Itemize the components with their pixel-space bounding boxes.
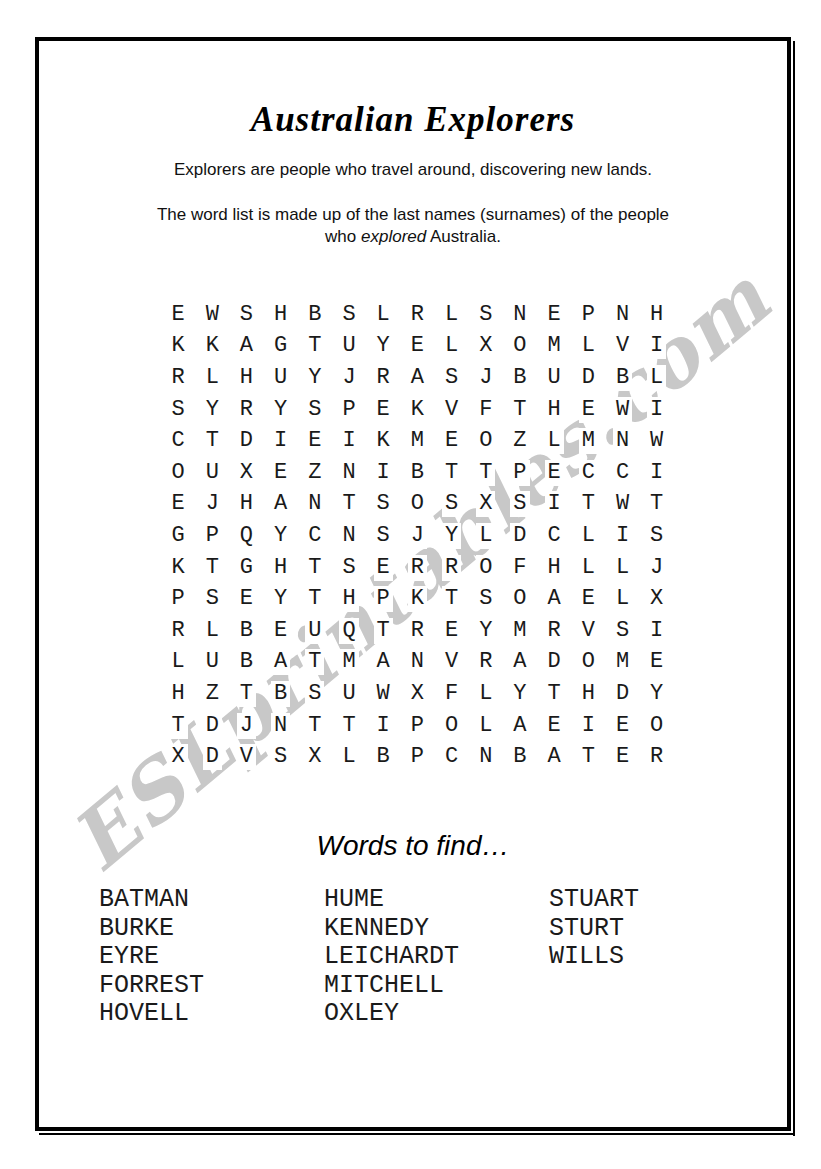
word-item: BATMAN xyxy=(99,886,204,915)
grid-letter: J xyxy=(237,713,256,739)
grid-cell: L xyxy=(571,331,605,363)
grid-letter: B xyxy=(408,460,427,486)
grid-letter: P xyxy=(408,713,427,739)
grid-letter: T xyxy=(305,713,324,739)
grid-letter: F xyxy=(442,681,461,707)
grid-letter: A xyxy=(271,649,290,675)
grid-letter: R xyxy=(168,618,187,644)
word-item: HOVELL xyxy=(99,1000,204,1029)
grid-letter: M xyxy=(613,649,632,675)
grid-cell: T xyxy=(366,615,400,647)
grid-letter: E xyxy=(545,302,564,328)
grid-letter: R xyxy=(408,555,427,581)
grid-cell: I xyxy=(640,394,674,426)
grid-letter: P xyxy=(339,397,358,423)
grid-letter: W xyxy=(374,681,393,707)
grid-letter: L xyxy=(339,744,358,770)
grid-letter: S xyxy=(647,523,666,549)
grid-letter: Y xyxy=(442,523,461,549)
grid-letter: V xyxy=(442,649,461,675)
grid-letter: D xyxy=(237,428,256,454)
grid-letter: I xyxy=(374,460,393,486)
grid-cell: B xyxy=(605,362,639,394)
word-item: LEICHARDT xyxy=(324,943,459,972)
grid-letter: M xyxy=(510,618,529,644)
grid-letter: X xyxy=(476,491,495,517)
grid-cell: N xyxy=(400,647,434,679)
grid-letter: V xyxy=(613,333,632,359)
grid-cell: P xyxy=(571,299,605,331)
grid-cell: Y xyxy=(469,615,503,647)
grid-letter: T xyxy=(203,428,222,454)
grid-letter: O xyxy=(510,333,529,359)
grid-cell: N xyxy=(605,299,639,331)
grid-cell: L xyxy=(195,615,229,647)
grid-letter: Q xyxy=(237,523,256,549)
grid-cell: L xyxy=(537,425,571,457)
grid-letter: D xyxy=(510,523,529,549)
grid-cell: S xyxy=(503,489,537,521)
grid-letter: Y xyxy=(271,523,290,549)
grid-cell: D xyxy=(571,362,605,394)
grid-letter: C xyxy=(613,460,632,486)
grid-cell: Y xyxy=(366,331,400,363)
grid-letter: Q xyxy=(339,618,358,644)
grid-letter: R xyxy=(408,618,427,644)
word-item: EYRE xyxy=(99,943,204,972)
grid-letter: N xyxy=(305,491,324,517)
grid-letter: B xyxy=(510,365,529,391)
grid-letter: S xyxy=(168,397,187,423)
grid-letter: L xyxy=(476,713,495,739)
grid-letter: R xyxy=(476,649,495,675)
grid-letter: B xyxy=(613,365,632,391)
grid-letter: I xyxy=(374,713,393,739)
grid-letter: O xyxy=(442,713,461,739)
grid-letter: I xyxy=(647,397,666,423)
grid-letter: S xyxy=(339,302,358,328)
grid-cell: K xyxy=(161,552,195,584)
intro-paragraph-2: The word list is made up of the last nam… xyxy=(35,204,791,248)
grid-letter: A xyxy=(510,649,529,675)
grid-cell: X xyxy=(161,741,195,773)
grid-cell: Z xyxy=(503,425,537,457)
grid-cell: A xyxy=(400,362,434,394)
grid-cell: S xyxy=(366,520,400,552)
grid-cell: N xyxy=(332,457,366,489)
grid-cell: Y xyxy=(264,394,298,426)
grid-cell: Y xyxy=(298,362,332,394)
grid-cell: D xyxy=(537,647,571,679)
grid-cell: S xyxy=(161,394,195,426)
grid-cell: M xyxy=(332,647,366,679)
grid-cell: G xyxy=(264,331,298,363)
grid-cell: W xyxy=(195,299,229,331)
grid-cell: V xyxy=(435,394,469,426)
grid-letter: V xyxy=(442,397,461,423)
grid-letter: K xyxy=(408,397,427,423)
grid-letter: E xyxy=(271,618,290,644)
grid-cell: D xyxy=(195,710,229,742)
grid-letter: K xyxy=(168,333,187,359)
grid-letter: A xyxy=(408,365,427,391)
grid-cell: A xyxy=(264,647,298,679)
grid-letter: N xyxy=(339,523,358,549)
grid-letter: R xyxy=(408,302,427,328)
grid-letter: R xyxy=(374,365,393,391)
grid-letter: S xyxy=(339,555,358,581)
grid-letter: L xyxy=(374,302,393,328)
grid-cell: P xyxy=(161,583,195,615)
grid-cell: J xyxy=(332,362,366,394)
grid-letter: R xyxy=(442,555,461,581)
grid-cell: P xyxy=(400,710,434,742)
grid-cell: L xyxy=(195,362,229,394)
grid-cell: T xyxy=(537,678,571,710)
grid-letter: E xyxy=(237,586,256,612)
grid-letter: S xyxy=(237,302,256,328)
grid-cell: M xyxy=(503,615,537,647)
grid-letter: T xyxy=(442,586,461,612)
grid-cell: O xyxy=(400,489,434,521)
grid-letter: H xyxy=(168,681,187,707)
grid-cell: T xyxy=(435,457,469,489)
word-search-grid: EWSHBSLRLSNEPNHKKAGTUYELXOMLVIRLHUYJRASJ… xyxy=(161,299,674,773)
grid-cell: M xyxy=(537,331,571,363)
grid-cell: B xyxy=(503,741,537,773)
grid-letter: D xyxy=(613,681,632,707)
grid-cell: B xyxy=(298,299,332,331)
grid-cell: O xyxy=(469,425,503,457)
word-item: STUART xyxy=(549,886,639,915)
word-item: WILLS xyxy=(549,943,639,972)
grid-cell: A xyxy=(503,710,537,742)
grid-cell: N xyxy=(264,710,298,742)
grid-letter: S xyxy=(305,681,324,707)
grid-letter: S xyxy=(510,491,529,517)
grid-letter: I xyxy=(271,428,290,454)
grid-letter: J xyxy=(339,365,358,391)
grid-letter: J xyxy=(476,365,495,391)
grid-letter: N xyxy=(476,744,495,770)
grid-cell: E xyxy=(571,583,605,615)
grid-cell: S xyxy=(264,741,298,773)
grid-letter: O xyxy=(168,460,187,486)
grid-letter: B xyxy=(237,649,256,675)
grid-cell: U xyxy=(195,457,229,489)
grid-letter: E xyxy=(613,744,632,770)
word-list-column-1: BATMANBURKEEYREFORRESTHOVELL xyxy=(99,886,204,1029)
grid-cell: T xyxy=(298,583,332,615)
grid-cell: P xyxy=(332,394,366,426)
grid-letter: D xyxy=(545,649,564,675)
grid-cell: R xyxy=(161,615,195,647)
grid-letter: T xyxy=(305,649,324,675)
grid-letter: O xyxy=(408,491,427,517)
grid-cell: E xyxy=(229,583,263,615)
grid-cell: R xyxy=(640,741,674,773)
grid-cell: W xyxy=(366,678,400,710)
grid-letter: M xyxy=(408,428,427,454)
grid-letter: R xyxy=(168,365,187,391)
grid-cell: U xyxy=(195,647,229,679)
grid-letter: I xyxy=(613,523,632,549)
grid-letter: N xyxy=(339,460,358,486)
grid-letter: P xyxy=(510,460,529,486)
grid-cell: E xyxy=(264,615,298,647)
grid-letter: O xyxy=(510,586,529,612)
grid-cell: T xyxy=(195,552,229,584)
grid-cell: S xyxy=(298,678,332,710)
grid-letter: A xyxy=(237,333,256,359)
grid-cell: B xyxy=(229,615,263,647)
grid-cell: D xyxy=(503,520,537,552)
grid-letter: T xyxy=(305,555,324,581)
grid-cell: E xyxy=(400,331,434,363)
grid-letter: U xyxy=(305,618,324,644)
grid-cell: V xyxy=(435,647,469,679)
grid-letter: R xyxy=(237,397,256,423)
grid-cell: R xyxy=(161,362,195,394)
grid-letter: T xyxy=(168,713,187,739)
worksheet-page: ESLprintables.com Australian Explorers E… xyxy=(0,0,821,1169)
grid-cell: V xyxy=(229,741,263,773)
grid-letter: E xyxy=(374,555,393,581)
grid-cell: F xyxy=(503,552,537,584)
scan-edge-right xyxy=(793,41,795,1136)
grid-letter: M xyxy=(545,333,564,359)
grid-cell: I xyxy=(640,331,674,363)
grid-letter: B xyxy=(374,744,393,770)
grid-letter: L xyxy=(442,333,461,359)
grid-letter: A xyxy=(374,649,393,675)
grid-letter: C xyxy=(168,428,187,454)
grid-cell: H xyxy=(264,552,298,584)
grid-letter: L xyxy=(203,365,222,391)
grid-cell: C xyxy=(161,425,195,457)
grid-letter: K xyxy=(203,333,222,359)
grid-cell: E xyxy=(537,457,571,489)
grid-cell: I xyxy=(571,710,605,742)
grid-cell: A xyxy=(503,647,537,679)
grid-cell: X xyxy=(640,583,674,615)
grid-cell: E xyxy=(605,741,639,773)
grid-letter: H xyxy=(271,555,290,581)
grid-cell: R xyxy=(400,299,434,331)
grid-cell: G xyxy=(229,552,263,584)
grid-cell: J xyxy=(400,520,434,552)
grid-letter: T xyxy=(305,586,324,612)
grid-letter: E xyxy=(168,491,187,517)
grid-letter: E xyxy=(647,649,666,675)
grid-cell: E xyxy=(161,489,195,521)
grid-cell: U xyxy=(537,362,571,394)
grid-cell: B xyxy=(229,647,263,679)
grid-cell: S xyxy=(366,489,400,521)
grid-cell: H xyxy=(229,489,263,521)
grid-cell: N xyxy=(298,489,332,521)
grid-letter: C xyxy=(442,744,461,770)
intro-paragraph-1: Explorers are people who travel around, … xyxy=(35,160,791,180)
grid-letter: X xyxy=(237,460,256,486)
grid-letter: X xyxy=(305,744,324,770)
grid-letter: E xyxy=(442,428,461,454)
grid-cell: U xyxy=(332,331,366,363)
grid-cell: L xyxy=(366,299,400,331)
grid-cell: H xyxy=(332,583,366,615)
grid-letter: I xyxy=(545,491,564,517)
grid-cell: K xyxy=(400,583,434,615)
grid-cell: I xyxy=(537,489,571,521)
grid-letter: I xyxy=(579,713,598,739)
grid-cell: L xyxy=(640,362,674,394)
grid-cell: O xyxy=(503,583,537,615)
grid-letter: L xyxy=(476,523,495,549)
grid-letter: I xyxy=(647,618,666,644)
grid-cell: T xyxy=(435,583,469,615)
grid-cell: S xyxy=(605,615,639,647)
grid-cell: W xyxy=(605,489,639,521)
grid-cell: E xyxy=(435,425,469,457)
grid-cell: U xyxy=(298,615,332,647)
grid-letter: Z xyxy=(203,681,222,707)
grid-letter: Y xyxy=(647,681,666,707)
grid-cell: O xyxy=(571,647,605,679)
grid-cell: I xyxy=(366,710,400,742)
grid-letter: C xyxy=(545,523,564,549)
grid-cell: O xyxy=(161,457,195,489)
grid-cell: N xyxy=(469,741,503,773)
grid-letter: X xyxy=(408,681,427,707)
grid-letter: S xyxy=(613,618,632,644)
grid-cell: L xyxy=(571,520,605,552)
grid-letter: L xyxy=(579,555,598,581)
grid-letter: U xyxy=(203,649,222,675)
grid-letter: Y xyxy=(374,333,393,359)
grid-cell: L xyxy=(332,741,366,773)
grid-cell: C xyxy=(435,741,469,773)
grid-letter: U xyxy=(339,333,358,359)
grid-cell: O xyxy=(503,331,537,363)
grid-cell: R xyxy=(400,552,434,584)
page-title: Australian Explorers xyxy=(35,100,791,140)
word-item: FORREST xyxy=(99,972,204,1001)
grid-letter: Y xyxy=(271,586,290,612)
grid-cell: H xyxy=(571,678,605,710)
grid-cell: Y xyxy=(195,394,229,426)
grid-cell: C xyxy=(537,520,571,552)
grid-cell: X xyxy=(400,678,434,710)
grid-letter: U xyxy=(339,681,358,707)
grid-letter: T xyxy=(510,397,529,423)
grid-letter: T xyxy=(374,618,393,644)
grid-cell: T xyxy=(571,741,605,773)
grid-cell: X xyxy=(298,741,332,773)
grid-cell: T xyxy=(469,457,503,489)
grid-letter: L xyxy=(613,555,632,581)
grid-letter: M xyxy=(339,649,358,675)
grid-cell: E xyxy=(640,647,674,679)
grid-letter: T xyxy=(647,491,666,517)
grid-letter: L xyxy=(579,333,598,359)
grid-letter: B xyxy=(271,681,290,707)
grid-cell: F xyxy=(469,394,503,426)
grid-cell: E xyxy=(298,425,332,457)
grid-letter: X xyxy=(168,744,187,770)
grid-cell: T xyxy=(332,710,366,742)
grid-letter: Y xyxy=(305,365,324,391)
grid-letter: B xyxy=(510,744,529,770)
grid-letter: H xyxy=(647,302,666,328)
grid-letter: X xyxy=(647,586,666,612)
word-item: STURT xyxy=(549,915,639,944)
grid-letter: H xyxy=(545,397,564,423)
grid-letter: D xyxy=(203,713,222,739)
grid-cell: A xyxy=(229,331,263,363)
grid-cell: L xyxy=(161,647,195,679)
grid-cell: S xyxy=(469,583,503,615)
grid-letter: B xyxy=(305,302,324,328)
grid-letter: A xyxy=(545,586,564,612)
grid-letter: N xyxy=(271,713,290,739)
grid-letter: M xyxy=(579,428,598,454)
grid-cell: B xyxy=(366,741,400,773)
grid-letter: E xyxy=(305,428,324,454)
grid-cell: T xyxy=(229,678,263,710)
grid-cell: S xyxy=(332,552,366,584)
grid-cell: T xyxy=(503,394,537,426)
grid-cell: H xyxy=(537,394,571,426)
grid-cell: Y xyxy=(264,520,298,552)
grid-letter: K xyxy=(408,586,427,612)
grid-cell: Y xyxy=(503,678,537,710)
grid-letter: U xyxy=(203,460,222,486)
grid-cell: B xyxy=(503,362,537,394)
grid-cell: L xyxy=(571,552,605,584)
grid-letter: S xyxy=(305,397,324,423)
grid-cell: S xyxy=(435,489,469,521)
grid-cell: I xyxy=(640,615,674,647)
grid-cell: O xyxy=(469,552,503,584)
word-item: BURKE xyxy=(99,915,204,944)
grid-cell: J xyxy=(469,362,503,394)
grid-letter: E xyxy=(271,460,290,486)
grid-cell: D xyxy=(229,425,263,457)
grid-letter: W xyxy=(613,397,632,423)
grid-cell: T xyxy=(161,710,195,742)
grid-letter: Y xyxy=(476,618,495,644)
grid-letter: P xyxy=(374,586,393,612)
grid-letter: N xyxy=(613,302,632,328)
grid-cell: T xyxy=(298,710,332,742)
grid-cell: F xyxy=(435,678,469,710)
intro2-line1: The word list is made up of the last nam… xyxy=(157,205,669,224)
grid-cell: Z xyxy=(298,457,332,489)
grid-letter: H xyxy=(271,302,290,328)
grid-letter: S xyxy=(271,744,290,770)
grid-letter: J xyxy=(647,555,666,581)
grid-letter: N xyxy=(510,302,529,328)
grid-cell: E xyxy=(366,552,400,584)
grid-letter: T xyxy=(545,681,564,707)
grid-letter: G xyxy=(271,333,290,359)
grid-cell: A xyxy=(537,741,571,773)
word-item: MITCHELL xyxy=(324,972,459,1001)
grid-cell: E xyxy=(366,394,400,426)
grid-cell: E xyxy=(161,299,195,331)
grid-cell: L xyxy=(435,331,469,363)
grid-letter: R xyxy=(545,618,564,644)
